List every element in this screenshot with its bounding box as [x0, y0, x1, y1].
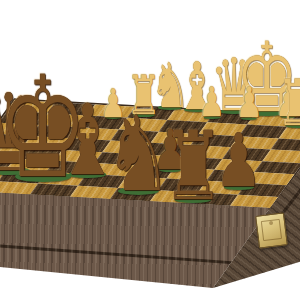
light-pawn-piece[interactable]: ♟ [236, 88, 262, 120]
chess-set-photo: ♛♚♝♞♟♜♟♟♜♞♝♟♛♟♚♟♜ [0, 0, 300, 300]
light-rook-piece[interactable]: ♜ [279, 80, 300, 128]
rook-glyph: ♜ [278, 79, 300, 128]
rook-glyph: ♜ [162, 129, 223, 203]
box-lid-seam [0, 241, 269, 266]
brass-clasp [255, 212, 288, 248]
dark-rook-piece[interactable]: ♜ [164, 131, 222, 203]
dark-king-piece[interactable]: ♚ [1, 76, 86, 182]
dark-knight-piece[interactable]: ♞ [106, 116, 169, 195]
clasp-plate [261, 219, 282, 241]
king-glyph: ♚ [0, 73, 88, 182]
pawn-glyph: ♟ [235, 87, 262, 120]
